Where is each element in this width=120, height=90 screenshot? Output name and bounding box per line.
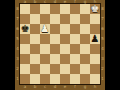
rank-label-right-7: 7 bbox=[101, 17, 104, 21]
square-b7 bbox=[30, 14, 40, 24]
square-c6: ♟ bbox=[40, 24, 50, 34]
square-f5 bbox=[70, 34, 80, 44]
square-d4 bbox=[50, 44, 60, 54]
square-a4 bbox=[20, 44, 30, 54]
square-e6 bbox=[60, 24, 70, 34]
square-e5 bbox=[60, 34, 70, 44]
square-f8 bbox=[70, 4, 80, 14]
square-d6 bbox=[50, 24, 60, 34]
square-g2 bbox=[80, 64, 90, 74]
rank-label-right-6: 6 bbox=[101, 27, 104, 31]
file-label-top-h: h bbox=[94, 0, 97, 4]
file-label-top-g: g bbox=[84, 0, 87, 4]
board-grid: ♚♚♟♟ bbox=[20, 4, 100, 84]
file-label-top-e: e bbox=[64, 0, 66, 4]
square-e2 bbox=[60, 64, 70, 74]
square-c4 bbox=[40, 44, 50, 54]
file-label-bottom-f: f bbox=[74, 85, 75, 89]
square-c3 bbox=[40, 54, 50, 64]
rank-label-right-5: 5 bbox=[101, 37, 104, 41]
rank-label-right-2: 2 bbox=[101, 67, 104, 71]
square-h2 bbox=[90, 64, 100, 74]
rank-label-right-4: 4 bbox=[101, 47, 104, 51]
file-label-bottom-c: c bbox=[44, 85, 46, 89]
square-a8 bbox=[20, 4, 30, 14]
square-c5 bbox=[40, 34, 50, 44]
square-h1 bbox=[90, 74, 100, 84]
black-king: ♚ bbox=[20, 23, 30, 34]
square-f4 bbox=[70, 44, 80, 54]
square-d7 bbox=[50, 14, 60, 24]
rank-label-left-6: 6 bbox=[16, 27, 19, 31]
rank-label-right-3: 3 bbox=[101, 57, 104, 61]
square-d1 bbox=[50, 74, 60, 84]
file-label-bottom-e: e bbox=[64, 85, 66, 89]
chess-board: ♚♚♟♟ aabbccddeeffgghh8877665544332211 bbox=[15, 0, 105, 90]
square-b8 bbox=[30, 4, 40, 14]
rank-label-left-5: 5 bbox=[16, 37, 19, 41]
square-c1 bbox=[40, 74, 50, 84]
square-d2 bbox=[50, 64, 60, 74]
square-b5 bbox=[30, 34, 40, 44]
file-label-bottom-d: d bbox=[54, 85, 57, 89]
square-b2 bbox=[30, 64, 40, 74]
square-h3 bbox=[90, 54, 100, 64]
square-c8 bbox=[40, 4, 50, 14]
square-d8 bbox=[50, 4, 60, 14]
square-c7 bbox=[40, 14, 50, 24]
white-king: ♚ bbox=[90, 3, 100, 14]
square-g5 bbox=[80, 34, 90, 44]
square-g7 bbox=[80, 14, 90, 24]
square-h5: ♟ bbox=[90, 34, 100, 44]
square-a6: ♚ bbox=[20, 24, 30, 34]
file-label-bottom-a: a bbox=[24, 85, 26, 89]
square-e4 bbox=[60, 44, 70, 54]
rank-label-left-1: 1 bbox=[16, 77, 19, 81]
square-g8 bbox=[80, 4, 90, 14]
square-c2 bbox=[40, 64, 50, 74]
square-g4 bbox=[80, 44, 90, 54]
square-a7 bbox=[20, 14, 30, 24]
rank-label-left-7: 7 bbox=[16, 17, 19, 21]
square-g3 bbox=[80, 54, 90, 64]
rank-label-left-2: 2 bbox=[16, 67, 19, 71]
square-f7 bbox=[70, 14, 80, 24]
rank-label-right-8: 8 bbox=[101, 7, 104, 11]
square-a5 bbox=[20, 34, 30, 44]
square-h8: ♚ bbox=[90, 4, 100, 14]
square-e7 bbox=[60, 14, 70, 24]
square-d5 bbox=[50, 34, 60, 44]
rank-label-left-8: 8 bbox=[16, 7, 19, 11]
square-b6 bbox=[30, 24, 40, 34]
rank-label-left-4: 4 bbox=[16, 47, 19, 51]
square-e3 bbox=[60, 54, 70, 64]
file-label-top-d: d bbox=[54, 0, 57, 4]
square-f6 bbox=[70, 24, 80, 34]
rank-label-right-1: 1 bbox=[101, 77, 104, 81]
file-label-top-b: b bbox=[34, 0, 37, 4]
square-f3 bbox=[70, 54, 80, 64]
square-g1 bbox=[80, 74, 90, 84]
square-e8 bbox=[60, 4, 70, 14]
square-h7 bbox=[90, 14, 100, 24]
square-f2 bbox=[70, 64, 80, 74]
file-label-bottom-h: h bbox=[94, 85, 97, 89]
file-label-top-f: f bbox=[74, 0, 75, 4]
square-a3 bbox=[20, 54, 30, 64]
square-d3 bbox=[50, 54, 60, 64]
square-f1 bbox=[70, 74, 80, 84]
file-label-top-a: a bbox=[24, 0, 26, 4]
square-b3 bbox=[30, 54, 40, 64]
video-frame: ♚♚♟♟ aabbccddeeffgghh8877665544332211 bbox=[0, 0, 120, 90]
square-b1 bbox=[30, 74, 40, 84]
file-label-bottom-b: b bbox=[34, 85, 37, 89]
file-label-bottom-g: g bbox=[84, 85, 87, 89]
square-h4 bbox=[90, 44, 100, 54]
black-pawn: ♟ bbox=[90, 33, 100, 44]
rank-label-left-3: 3 bbox=[16, 57, 19, 61]
square-a1 bbox=[20, 74, 30, 84]
square-g6 bbox=[80, 24, 90, 34]
white-pawn: ♟ bbox=[40, 23, 50, 34]
file-label-top-c: c bbox=[44, 0, 46, 4]
square-h6 bbox=[90, 24, 100, 34]
square-e1 bbox=[60, 74, 70, 84]
square-a2 bbox=[20, 64, 30, 74]
square-b4 bbox=[30, 44, 40, 54]
